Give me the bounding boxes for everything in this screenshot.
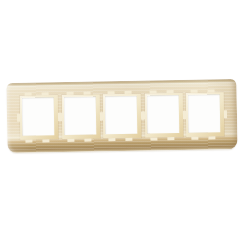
clip-notch-bottom-right (84, 139, 91, 142)
clip-notch-top-left (108, 91, 115, 94)
clip-notch-top-left (191, 90, 198, 93)
clip-notch-left (100, 112, 103, 120)
product-photo (0, 0, 243, 243)
frame-window-3 (103, 94, 142, 139)
clip-notch-left (17, 114, 20, 122)
module-opening (63, 96, 96, 135)
clip-notch-top-right (208, 89, 215, 92)
clip-notch-bottom-left (67, 139, 74, 142)
clip-notch-bottom-right (42, 139, 49, 142)
clip-notch-bottom-left (150, 137, 157, 140)
clip-notch-left (58, 113, 61, 121)
module-opening (22, 97, 55, 136)
clip-notch-top-right (83, 92, 90, 95)
clip-notch-bottom-left (191, 137, 198, 140)
clip-notch-bottom-right (125, 138, 132, 141)
clip-notch-top-right (42, 92, 49, 95)
module-opening (188, 94, 221, 133)
clip-notch-top-left (25, 93, 32, 96)
clip-notch-top-right (166, 90, 173, 93)
module-opening (146, 95, 179, 134)
clip-notch-bottom-right (208, 136, 215, 139)
clip-notch-bottom-left (108, 138, 115, 141)
clip-notch-top-left (66, 92, 73, 95)
clip-notch-left (183, 111, 186, 119)
frame-window-5 (186, 92, 225, 137)
frame-windows (6, 79, 237, 153)
frame-window-2 (61, 94, 100, 139)
clip-notch-right (224, 110, 227, 118)
clip-notch-top-left (149, 90, 156, 93)
frame-window-4 (144, 93, 183, 138)
frame-window-1 (20, 95, 59, 140)
clip-notch-left (141, 112, 144, 120)
wall-frame (6, 79, 237, 153)
clip-notch-bottom-left (25, 140, 32, 143)
clip-notch-bottom-right (167, 137, 174, 140)
module-opening (105, 96, 138, 135)
clip-notch-top-right (125, 91, 132, 94)
